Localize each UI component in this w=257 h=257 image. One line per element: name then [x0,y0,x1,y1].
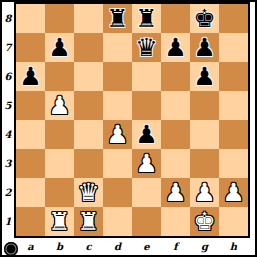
black-pawn-e4[interactable]: ♟ [135,120,157,149]
square-g5[interactable] [190,91,219,120]
square-f7[interactable]: ♟ [161,33,190,62]
square-h7[interactable] [219,33,248,62]
square-h8[interactable] [219,4,248,33]
rank-label-8: 8 [2,4,14,33]
white-king-g1[interactable]: ♚ [193,207,215,236]
white-pawn-b5[interactable]: ♟ [48,91,70,120]
square-d1[interactable] [103,207,132,236]
black-king-g8[interactable]: ♚ [193,4,215,33]
square-h3[interactable] [219,149,248,178]
white-rook-c1[interactable]: ♜ [77,207,99,236]
square-d5[interactable] [103,91,132,120]
square-e8[interactable]: ♜ [132,4,161,33]
chess-diagram: ♜♜♚♟♛♟♟♟♟♟♟♟♟♛♟♟♟♜♜♚ 87654321 abcdefgh [0,0,257,257]
square-e7[interactable]: ♛ [132,33,161,62]
square-a2[interactable] [16,178,45,207]
file-label-a: a [16,239,45,255]
rank-label-1: 1 [2,207,14,236]
square-h6[interactable] [219,62,248,91]
white-pawn-f2[interactable]: ♟ [164,178,186,207]
square-a4[interactable] [16,120,45,149]
square-c6[interactable] [74,62,103,91]
square-f8[interactable] [161,4,190,33]
square-g6[interactable]: ♟ [190,62,219,91]
square-a5[interactable] [16,91,45,120]
square-a6[interactable]: ♟ [16,62,45,91]
square-h4[interactable] [219,120,248,149]
square-d7[interactable] [103,33,132,62]
square-f6[interactable] [161,62,190,91]
square-h5[interactable] [219,91,248,120]
square-d4[interactable]: ♟ [103,120,132,149]
black-pawn-a6[interactable]: ♟ [19,62,41,91]
square-e1[interactable] [132,207,161,236]
square-b1[interactable]: ♜ [45,207,74,236]
square-b8[interactable] [45,4,74,33]
black-rook-d8[interactable]: ♜ [106,4,128,33]
square-g7[interactable]: ♟ [190,33,219,62]
square-f1[interactable] [161,207,190,236]
square-c1[interactable]: ♜ [74,207,103,236]
square-d8[interactable]: ♜ [103,4,132,33]
square-a7[interactable] [16,33,45,62]
square-h2[interactable]: ♟ [219,178,248,207]
square-f2[interactable]: ♟ [161,178,190,207]
white-rook-b1[interactable]: ♜ [48,207,70,236]
file-label-b: b [45,239,74,255]
black-to-move-indicator [4,242,18,256]
square-f4[interactable] [161,120,190,149]
black-pawn-b7[interactable]: ♟ [48,33,70,62]
file-label-d: d [103,239,132,255]
rank-label-4: 4 [2,120,14,149]
square-g2[interactable]: ♟ [190,178,219,207]
file-label-f: f [161,239,190,255]
square-b6[interactable] [45,62,74,91]
square-c3[interactable] [74,149,103,178]
white-pawn-h2[interactable]: ♟ [222,178,244,207]
rank-label-5: 5 [2,91,14,120]
square-a3[interactable] [16,149,45,178]
square-c5[interactable] [74,91,103,120]
square-g1[interactable]: ♚ [190,207,219,236]
square-d3[interactable] [103,149,132,178]
square-c4[interactable] [74,120,103,149]
square-d6[interactable] [103,62,132,91]
square-f3[interactable] [161,149,190,178]
square-g3[interactable] [190,149,219,178]
square-b2[interactable] [45,178,74,207]
square-c2[interactable]: ♛ [74,178,103,207]
white-queen-c2[interactable]: ♛ [77,178,99,207]
square-b7[interactable]: ♟ [45,33,74,62]
square-g8[interactable]: ♚ [190,4,219,33]
square-b3[interactable] [45,149,74,178]
file-label-g: g [190,239,219,255]
square-b4[interactable] [45,120,74,149]
file-label-e: e [132,239,161,255]
square-e5[interactable] [132,91,161,120]
square-a8[interactable] [16,4,45,33]
chess-board: ♜♜♚♟♛♟♟♟♟♟♟♟♟♛♟♟♟♜♜♚ [14,2,250,238]
file-label-c: c [74,239,103,255]
square-d2[interactable] [103,178,132,207]
black-pawn-f7[interactable]: ♟ [164,33,186,62]
white-pawn-e3[interactable]: ♟ [135,149,157,178]
square-e4[interactable]: ♟ [132,120,161,149]
rank-label-2: 2 [2,178,14,207]
square-e2[interactable] [132,178,161,207]
black-queen-e7[interactable]: ♛ [135,33,157,62]
square-e6[interactable] [132,62,161,91]
black-rook-e8[interactable]: ♜ [135,4,157,33]
white-pawn-g2[interactable]: ♟ [193,178,215,207]
square-b5[interactable]: ♟ [45,91,74,120]
square-e3[interactable]: ♟ [132,149,161,178]
white-pawn-d4[interactable]: ♟ [106,120,128,149]
square-a1[interactable] [16,207,45,236]
black-pawn-g7[interactable]: ♟ [193,33,215,62]
square-c8[interactable] [74,4,103,33]
rank-label-7: 7 [2,33,14,62]
square-c7[interactable] [74,33,103,62]
square-g4[interactable] [190,120,219,149]
rank-label-6: 6 [2,62,14,91]
file-label-h: h [219,239,248,255]
square-f5[interactable] [161,91,190,120]
square-h1[interactable] [219,207,248,236]
black-pawn-g6[interactable]: ♟ [193,62,215,91]
rank-label-3: 3 [2,149,14,178]
